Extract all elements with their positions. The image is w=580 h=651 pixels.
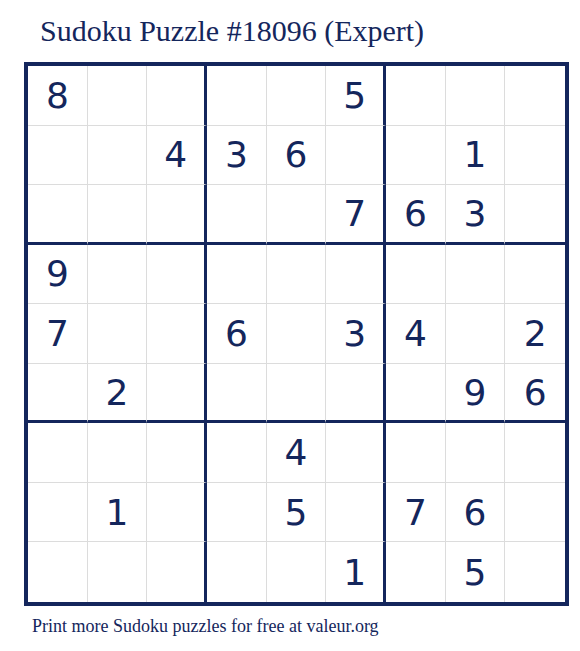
cell-r6c6 — [326, 364, 386, 424]
cell-r4c1: 9 — [28, 245, 88, 305]
cell-r8c5: 5 — [267, 483, 327, 543]
cell-r1c3 — [147, 66, 207, 126]
cell-r8c7: 7 — [386, 483, 446, 543]
cell-r1c7 — [386, 66, 446, 126]
cell-r3c3 — [147, 185, 207, 245]
cell-r9c7 — [386, 542, 446, 602]
cell-r1c9 — [505, 66, 565, 126]
cell-r8c4 — [207, 483, 267, 543]
cell-r8c2: 1 — [88, 483, 148, 543]
cell-r7c6 — [326, 423, 386, 483]
cell-r6c7 — [386, 364, 446, 424]
cell-r2c8: 1 — [446, 126, 506, 186]
footer-note: Print more Sudoku puzzles for free at va… — [32, 616, 379, 637]
cell-r2c9 — [505, 126, 565, 186]
cell-r2c1 — [28, 126, 88, 186]
cell-r7c1 — [28, 423, 88, 483]
cell-r3c7: 6 — [386, 185, 446, 245]
cell-r1c5 — [267, 66, 327, 126]
cell-r4c7 — [386, 245, 446, 305]
cell-r1c6: 5 — [326, 66, 386, 126]
cell-r7c8 — [446, 423, 506, 483]
cell-r7c4 — [207, 423, 267, 483]
cell-r7c7 — [386, 423, 446, 483]
cell-r6c3 — [147, 364, 207, 424]
cell-r8c3 — [147, 483, 207, 543]
cell-r2c2 — [88, 126, 148, 186]
cell-r9c4 — [207, 542, 267, 602]
cell-r9c6: 1 — [326, 542, 386, 602]
page-title: Sudoku Puzzle #18096 (Expert) — [40, 12, 424, 50]
cell-r6c8: 9 — [446, 364, 506, 424]
cell-r8c6 — [326, 483, 386, 543]
cell-r8c9 — [505, 483, 565, 543]
cell-r5c7: 4 — [386, 304, 446, 364]
cell-r7c5: 4 — [267, 423, 327, 483]
cell-r3c4 — [207, 185, 267, 245]
cell-r4c5 — [267, 245, 327, 305]
cell-r2c6 — [326, 126, 386, 186]
cell-r8c1 — [28, 483, 88, 543]
cell-r5c8 — [446, 304, 506, 364]
cell-r2c4: 3 — [207, 126, 267, 186]
cell-r2c7 — [386, 126, 446, 186]
cell-r6c1 — [28, 364, 88, 424]
cell-r9c3 — [147, 542, 207, 602]
cell-r1c1: 8 — [28, 66, 88, 126]
cell-r6c5 — [267, 364, 327, 424]
cell-r5c1: 7 — [28, 304, 88, 364]
cell-r5c2 — [88, 304, 148, 364]
cell-r5c5 — [267, 304, 327, 364]
cell-r1c2 — [88, 66, 148, 126]
cell-r5c6: 3 — [326, 304, 386, 364]
cell-r2c3: 4 — [147, 126, 207, 186]
cell-r5c4: 6 — [207, 304, 267, 364]
cell-r1c4 — [207, 66, 267, 126]
cell-r3c2 — [88, 185, 148, 245]
cell-r5c9: 2 — [505, 304, 565, 364]
cell-r9c1 — [28, 542, 88, 602]
cell-r3c1 — [28, 185, 88, 245]
cell-r6c2: 2 — [88, 364, 148, 424]
cell-r7c3 — [147, 423, 207, 483]
cell-r5c3 — [147, 304, 207, 364]
cell-r3c8: 3 — [446, 185, 506, 245]
cell-r4c6 — [326, 245, 386, 305]
cell-r7c2 — [88, 423, 148, 483]
cell-r4c8 — [446, 245, 506, 305]
cell-r4c9 — [505, 245, 565, 305]
cell-r8c8: 6 — [446, 483, 506, 543]
cell-r6c4 — [207, 364, 267, 424]
cell-r1c8 — [446, 66, 506, 126]
cell-r9c8: 5 — [446, 542, 506, 602]
cell-r3c5 — [267, 185, 327, 245]
cell-r9c2 — [88, 542, 148, 602]
cell-r9c9 — [505, 542, 565, 602]
cell-r3c6: 7 — [326, 185, 386, 245]
cell-r3c9 — [505, 185, 565, 245]
cell-r4c4 — [207, 245, 267, 305]
cell-r2c5: 6 — [267, 126, 327, 186]
cell-r4c3 — [147, 245, 207, 305]
cell-r4c2 — [88, 245, 148, 305]
cell-r6c9: 6 — [505, 364, 565, 424]
cell-r7c9 — [505, 423, 565, 483]
cell-r9c5 — [267, 542, 327, 602]
sudoku-board: 8543617639763422964157615 — [24, 62, 569, 606]
